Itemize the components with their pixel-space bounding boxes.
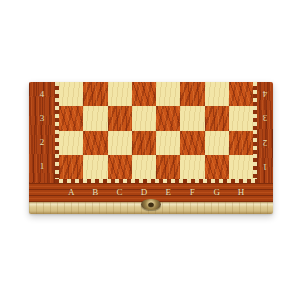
square-b3: [83, 106, 107, 130]
square-g3: [205, 106, 229, 130]
square-g1: [205, 155, 229, 179]
square-h3: [229, 106, 253, 130]
coordinate-label: 2: [257, 131, 273, 155]
coordinate-label: H: [229, 183, 253, 201]
coordinate-label: C: [108, 183, 132, 201]
coordinate-label: B: [83, 183, 107, 201]
square-f1: [180, 155, 204, 179]
rank-labels-left: 4321: [29, 82, 55, 179]
coordinate-label: 1: [257, 155, 273, 179]
square-c4: [108, 82, 132, 106]
box-lid-top: 4321 4321 ABCDEFGH: [29, 82, 273, 202]
square-c2: [108, 131, 132, 155]
square-e1: [156, 155, 180, 179]
product-photo: 4321 4321 ABCDEFGH: [0, 0, 300, 300]
square-b4: [83, 82, 107, 106]
chess-board-half: [59, 82, 253, 179]
box-base-edge: [29, 202, 273, 214]
rank-labels-right: 4321: [257, 82, 273, 179]
folded-chess-box: 4321 4321 ABCDEFGH: [29, 82, 273, 214]
square-d3: [132, 106, 156, 130]
square-e2: [156, 131, 180, 155]
square-e3: [156, 106, 180, 130]
square-d1: [132, 155, 156, 179]
file-labels: ABCDEFGH: [59, 183, 253, 201]
coordinate-label: 3: [257, 106, 273, 130]
square-h1: [229, 155, 253, 179]
square-h2: [229, 131, 253, 155]
brass-clasp-icon: [141, 199, 161, 210]
square-b1: [83, 155, 107, 179]
square-f4: [180, 82, 204, 106]
square-g4: [205, 82, 229, 106]
coordinate-label: 4: [257, 82, 273, 106]
square-c3: [108, 106, 132, 130]
square-e4: [156, 82, 180, 106]
square-f2: [180, 131, 204, 155]
coordinate-label: E: [156, 183, 180, 201]
square-a2: [59, 131, 83, 155]
square-a1: [59, 155, 83, 179]
square-a3: [59, 106, 83, 130]
coordinate-label: G: [205, 183, 229, 201]
board-border-left: [55, 82, 59, 183]
coordinate-label: 1: [29, 155, 55, 179]
clasp-keyhole: [148, 202, 154, 207]
square-b2: [83, 131, 107, 155]
coordinate-label: 2: [29, 131, 55, 155]
square-d4: [132, 82, 156, 106]
square-c1: [108, 155, 132, 179]
coordinate-label: 3: [29, 106, 55, 130]
square-h4: [229, 82, 253, 106]
square-f3: [180, 106, 204, 130]
square-d2: [132, 131, 156, 155]
coordinate-label: A: [59, 183, 83, 201]
square-a4: [59, 82, 83, 106]
square-g2: [205, 131, 229, 155]
coordinate-label: F: [180, 183, 204, 201]
coordinate-label: 4: [29, 82, 55, 106]
